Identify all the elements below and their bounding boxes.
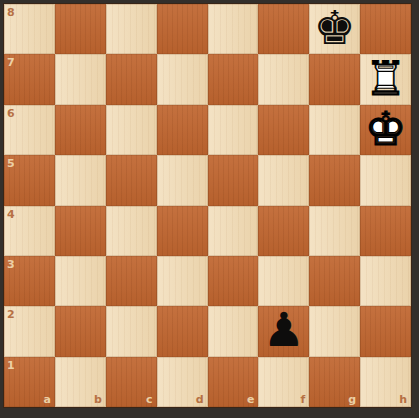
- square-e8[interactable]: [208, 4, 259, 54]
- square-f5[interactable]: [258, 155, 309, 205]
- square-c2[interactable]: [106, 306, 157, 356]
- file-label: g: [348, 394, 356, 405]
- square-g4[interactable]: [309, 206, 360, 256]
- square-h1[interactable]: h: [360, 357, 411, 407]
- square-e3[interactable]: [208, 256, 259, 306]
- board-frame: 8♚7♜♖6♚♔5432♟1abcdefgh: [0, 0, 419, 418]
- square-f2[interactable]: ♟: [258, 306, 309, 356]
- square-d6[interactable]: [157, 105, 208, 155]
- square-c7[interactable]: [106, 54, 157, 104]
- file-label: a: [43, 394, 50, 405]
- white-rook-outline-glyph: ♖: [364, 54, 406, 101]
- square-b5[interactable]: [55, 155, 106, 205]
- square-d7[interactable]: [157, 54, 208, 104]
- square-h3[interactable]: [360, 256, 411, 306]
- square-a8[interactable]: 8: [4, 4, 55, 54]
- square-e6[interactable]: [208, 105, 259, 155]
- file-label: h: [399, 394, 407, 405]
- square-h4[interactable]: [360, 206, 411, 256]
- rank-label: 7: [7, 57, 15, 68]
- square-f8[interactable]: [258, 4, 309, 54]
- file-label: b: [94, 394, 102, 405]
- square-a4[interactable]: 4: [4, 206, 55, 256]
- square-c5[interactable]: [106, 155, 157, 205]
- square-h2[interactable]: [360, 306, 411, 356]
- square-g7[interactable]: [309, 54, 360, 104]
- square-b4[interactable]: [55, 206, 106, 256]
- black-king-glyph: ♚: [314, 4, 356, 51]
- square-c3[interactable]: [106, 256, 157, 306]
- square-a1[interactable]: 1a: [4, 357, 55, 407]
- file-label: f: [300, 394, 305, 405]
- piece-black-king[interactable]: ♚: [309, 4, 360, 54]
- square-c6[interactable]: [106, 105, 157, 155]
- square-g2[interactable]: [309, 306, 360, 356]
- file-label: d: [196, 394, 204, 405]
- piece-white-rook[interactable]: ♜♖: [360, 54, 411, 104]
- square-e5[interactable]: [208, 155, 259, 205]
- file-label: e: [247, 394, 254, 405]
- rank-label: 6: [7, 108, 15, 119]
- square-f3[interactable]: [258, 256, 309, 306]
- square-c8[interactable]: [106, 4, 157, 54]
- square-e1[interactable]: e: [208, 357, 259, 407]
- piece-black-pawn[interactable]: ♟: [258, 306, 309, 356]
- square-d2[interactable]: [157, 306, 208, 356]
- rank-label: 4: [7, 209, 15, 220]
- square-g8[interactable]: ♚: [309, 4, 360, 54]
- square-g6[interactable]: [309, 105, 360, 155]
- square-f4[interactable]: [258, 206, 309, 256]
- rank-label: 8: [7, 7, 15, 18]
- square-d8[interactable]: [157, 4, 208, 54]
- square-d1[interactable]: d: [157, 357, 208, 407]
- piece-white-king[interactable]: ♚♔: [360, 105, 411, 155]
- square-b7[interactable]: [55, 54, 106, 104]
- square-h8[interactable]: [360, 4, 411, 54]
- square-b1[interactable]: b: [55, 357, 106, 407]
- square-d3[interactable]: [157, 256, 208, 306]
- square-g5[interactable]: [309, 155, 360, 205]
- square-b8[interactable]: [55, 4, 106, 54]
- square-f6[interactable]: [258, 105, 309, 155]
- rank-label: 3: [7, 259, 15, 270]
- square-d5[interactable]: [157, 155, 208, 205]
- square-a3[interactable]: 3: [4, 256, 55, 306]
- square-d4[interactable]: [157, 206, 208, 256]
- square-e2[interactable]: [208, 306, 259, 356]
- square-h6[interactable]: ♚♔: [360, 105, 411, 155]
- square-b6[interactable]: [55, 105, 106, 155]
- square-b3[interactable]: [55, 256, 106, 306]
- square-c4[interactable]: [106, 206, 157, 256]
- square-a7[interactable]: 7: [4, 54, 55, 104]
- square-g1[interactable]: g: [309, 357, 360, 407]
- chess-board: 8♚7♜♖6♚♔5432♟1abcdefgh: [3, 3, 412, 408]
- rank-label: 1: [7, 360, 15, 371]
- square-a6[interactable]: 6: [4, 105, 55, 155]
- square-c1[interactable]: c: [106, 357, 157, 407]
- file-label: c: [146, 394, 153, 405]
- square-f1[interactable]: f: [258, 357, 309, 407]
- square-a2[interactable]: 2: [4, 306, 55, 356]
- rank-label: 2: [7, 309, 15, 320]
- square-a5[interactable]: 5: [4, 155, 55, 205]
- square-h7[interactable]: ♜♖: [360, 54, 411, 104]
- rank-label: 5: [7, 158, 15, 169]
- square-f7[interactable]: [258, 54, 309, 104]
- square-e7[interactable]: [208, 54, 259, 104]
- white-king-outline-glyph: ♔: [364, 105, 406, 152]
- square-h5[interactable]: [360, 155, 411, 205]
- square-e4[interactable]: [208, 206, 259, 256]
- square-b2[interactable]: [55, 306, 106, 356]
- square-g3[interactable]: [309, 256, 360, 306]
- black-pawn-glyph: ♟: [263, 306, 305, 353]
